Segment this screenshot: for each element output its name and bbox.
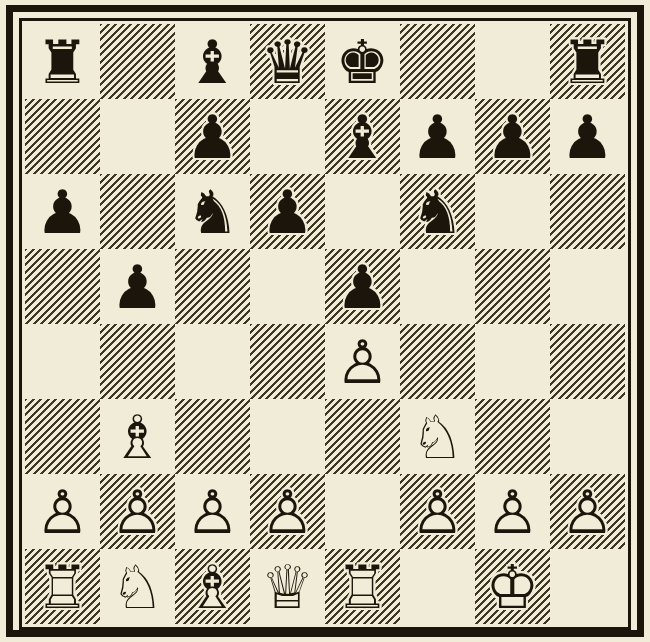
- square-a3[interactable]: [25, 399, 100, 474]
- square-b7[interactable]: [100, 99, 175, 174]
- piece-halo: ♜: [25, 24, 100, 99]
- square-a5[interactable]: [25, 249, 100, 324]
- square-c4[interactable]: [175, 324, 250, 399]
- square-d1[interactable]: ♛♕: [250, 549, 325, 624]
- square-g6[interactable]: [475, 174, 550, 249]
- white-bishop: ♗: [100, 399, 175, 474]
- piece-halo: ♟: [550, 474, 625, 549]
- piece-halo: ♟: [100, 249, 175, 324]
- piece-halo: ♜: [550, 24, 625, 99]
- piece-halo: ♟: [550, 99, 625, 174]
- square-h3[interactable]: [550, 399, 625, 474]
- black-knight: ♞: [400, 174, 475, 249]
- square-g8[interactable]: [475, 24, 550, 99]
- black-pawn: ♟: [250, 174, 325, 249]
- black-rook: ♜: [550, 24, 625, 99]
- white-queen: ♕: [250, 549, 325, 624]
- square-c6[interactable]: ♞♞: [175, 174, 250, 249]
- square-e4[interactable]: ♟♙: [325, 324, 400, 399]
- square-g7[interactable]: ♟♟: [475, 99, 550, 174]
- piece-halo: ♜: [25, 549, 100, 624]
- square-h6[interactable]: [550, 174, 625, 249]
- black-bishop: ♝: [175, 24, 250, 99]
- piece-halo: ♟: [325, 249, 400, 324]
- square-e2[interactable]: [325, 474, 400, 549]
- square-h8[interactable]: ♜♜: [550, 24, 625, 99]
- square-e5[interactable]: ♟♟: [325, 249, 400, 324]
- white-pawn: ♙: [250, 474, 325, 549]
- square-h2[interactable]: ♟♙: [550, 474, 625, 549]
- black-pawn: ♟: [475, 99, 550, 174]
- square-a1[interactable]: ♜♖: [25, 549, 100, 624]
- chess-board: ♜♜♝♝♛♛♚♚♜♜♟♟♝♝♟♟♟♟♟♟♟♟♞♞♟♟♞♞♟♟♟♟♟♙♝♗♞♘♟♙…: [25, 24, 625, 624]
- square-b1[interactable]: ♞♘: [100, 549, 175, 624]
- square-f6[interactable]: ♞♞: [400, 174, 475, 249]
- square-f7[interactable]: ♟♟: [400, 99, 475, 174]
- black-pawn: ♟: [25, 174, 100, 249]
- piece-halo: ♟: [25, 174, 100, 249]
- square-e8[interactable]: ♚♚: [325, 24, 400, 99]
- square-b3[interactable]: ♝♗: [100, 399, 175, 474]
- square-c7[interactable]: ♟♟: [175, 99, 250, 174]
- piece-halo: ♝: [175, 549, 250, 624]
- square-a4[interactable]: [25, 324, 100, 399]
- square-e6[interactable]: [325, 174, 400, 249]
- square-d3[interactable]: [250, 399, 325, 474]
- piece-halo: ♟: [325, 324, 400, 399]
- piece-halo: ♚: [325, 24, 400, 99]
- square-f4[interactable]: [400, 324, 475, 399]
- square-h5[interactable]: [550, 249, 625, 324]
- square-c5[interactable]: [175, 249, 250, 324]
- square-f3[interactable]: ♞♘: [400, 399, 475, 474]
- square-f2[interactable]: ♟♙: [400, 474, 475, 549]
- piece-halo: ♛: [250, 549, 325, 624]
- white-rook: ♖: [25, 549, 100, 624]
- square-b4[interactable]: [100, 324, 175, 399]
- piece-halo: ♚: [475, 549, 550, 624]
- piece-halo: ♟: [175, 99, 250, 174]
- piece-halo: ♞: [175, 174, 250, 249]
- white-pawn: ♙: [550, 474, 625, 549]
- square-d4[interactable]: [250, 324, 325, 399]
- piece-halo: ♟: [400, 99, 475, 174]
- square-a8[interactable]: ♜♜: [25, 24, 100, 99]
- piece-halo: ♟: [475, 474, 550, 549]
- square-g4[interactable]: [475, 324, 550, 399]
- white-pawn: ♙: [175, 474, 250, 549]
- piece-halo: ♝: [325, 99, 400, 174]
- square-h4[interactable]: [550, 324, 625, 399]
- square-d2[interactable]: ♟♙: [250, 474, 325, 549]
- piece-halo: ♟: [250, 174, 325, 249]
- black-pawn: ♟: [550, 99, 625, 174]
- white-knight: ♘: [400, 399, 475, 474]
- square-d6[interactable]: ♟♟: [250, 174, 325, 249]
- piece-halo: ♝: [100, 399, 175, 474]
- square-g2[interactable]: ♟♙: [475, 474, 550, 549]
- piece-halo: ♜: [325, 549, 400, 624]
- piece-halo: ♟: [100, 474, 175, 549]
- piece-halo: ♛: [250, 24, 325, 99]
- square-g3[interactable]: [475, 399, 550, 474]
- black-pawn: ♟: [325, 249, 400, 324]
- white-pawn: ♙: [400, 474, 475, 549]
- white-pawn: ♙: [100, 474, 175, 549]
- piece-halo: ♞: [100, 549, 175, 624]
- square-c8[interactable]: ♝♝: [175, 24, 250, 99]
- square-c1[interactable]: ♝♗: [175, 549, 250, 624]
- square-h1[interactable]: [550, 549, 625, 624]
- square-b5[interactable]: ♟♟: [100, 249, 175, 324]
- white-king: ♔: [475, 549, 550, 624]
- square-e3[interactable]: [325, 399, 400, 474]
- square-b8[interactable]: [100, 24, 175, 99]
- black-queen: ♛: [250, 24, 325, 99]
- square-d8[interactable]: ♛♛: [250, 24, 325, 99]
- square-c2[interactable]: ♟♙: [175, 474, 250, 549]
- white-pawn: ♙: [325, 324, 400, 399]
- piece-halo: ♟: [400, 474, 475, 549]
- square-a6[interactable]: ♟♟: [25, 174, 100, 249]
- black-rook: ♜: [25, 24, 100, 99]
- white-knight: ♘: [100, 549, 175, 624]
- black-bishop: ♝: [325, 99, 400, 174]
- square-a7[interactable]: [25, 99, 100, 174]
- square-d7[interactable]: [250, 99, 325, 174]
- white-bishop: ♗: [175, 549, 250, 624]
- square-e7[interactable]: ♝♝: [325, 99, 400, 174]
- square-d5[interactable]: [250, 249, 325, 324]
- black-pawn: ♟: [175, 99, 250, 174]
- square-g1[interactable]: ♚♔: [475, 549, 550, 624]
- square-f1[interactable]: [400, 549, 475, 624]
- square-b2[interactable]: ♟♙: [100, 474, 175, 549]
- black-knight: ♞: [175, 174, 250, 249]
- square-h7[interactable]: ♟♟: [550, 99, 625, 174]
- square-c3[interactable]: [175, 399, 250, 474]
- piece-halo: ♝: [175, 24, 250, 99]
- piece-halo: ♟: [175, 474, 250, 549]
- black-pawn: ♟: [100, 249, 175, 324]
- piece-halo: ♟: [250, 474, 325, 549]
- piece-halo: ♟: [25, 474, 100, 549]
- square-f5[interactable]: [400, 249, 475, 324]
- square-f8[interactable]: [400, 24, 475, 99]
- page: ♜♜♝♝♛♛♚♚♜♜♟♟♝♝♟♟♟♟♟♟♟♟♞♞♟♟♞♞♟♟♟♟♟♙♝♗♞♘♟♙…: [0, 0, 650, 642]
- black-pawn: ♟: [400, 99, 475, 174]
- piece-halo: ♞: [400, 174, 475, 249]
- square-e1[interactable]: ♜♖: [325, 549, 400, 624]
- square-b6[interactable]: [100, 174, 175, 249]
- square-g5[interactable]: [475, 249, 550, 324]
- piece-halo: ♟: [475, 99, 550, 174]
- black-king: ♚: [325, 24, 400, 99]
- square-a2[interactable]: ♟♙: [25, 474, 100, 549]
- piece-halo: ♞: [400, 399, 475, 474]
- white-rook: ♖: [325, 549, 400, 624]
- white-pawn: ♙: [25, 474, 100, 549]
- white-pawn: ♙: [475, 474, 550, 549]
